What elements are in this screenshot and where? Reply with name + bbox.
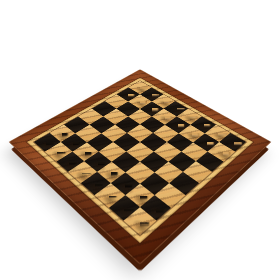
square-e4 [127, 124, 153, 142]
chess-board: ♜♞♝♛♚♝♞♜♟♟♟♟♟♟♟♟♟♟♟♟♟♟♟♟♜♞♝♛♚♝♞♜ [8, 69, 271, 265]
square-h4 [92, 101, 116, 116]
square-h5 [78, 109, 103, 125]
chess-set-photo: ♜♞♝♛♚♝♞♜♟♟♟♟♟♟♟♟♟♟♟♟♟♟♟♟♜♞♝♛♚♝♞♜ [0, 0, 280, 280]
black-rook-glyph: ♜ [110, 198, 169, 229]
square-f4 [115, 116, 140, 133]
square-g4 [103, 109, 128, 125]
